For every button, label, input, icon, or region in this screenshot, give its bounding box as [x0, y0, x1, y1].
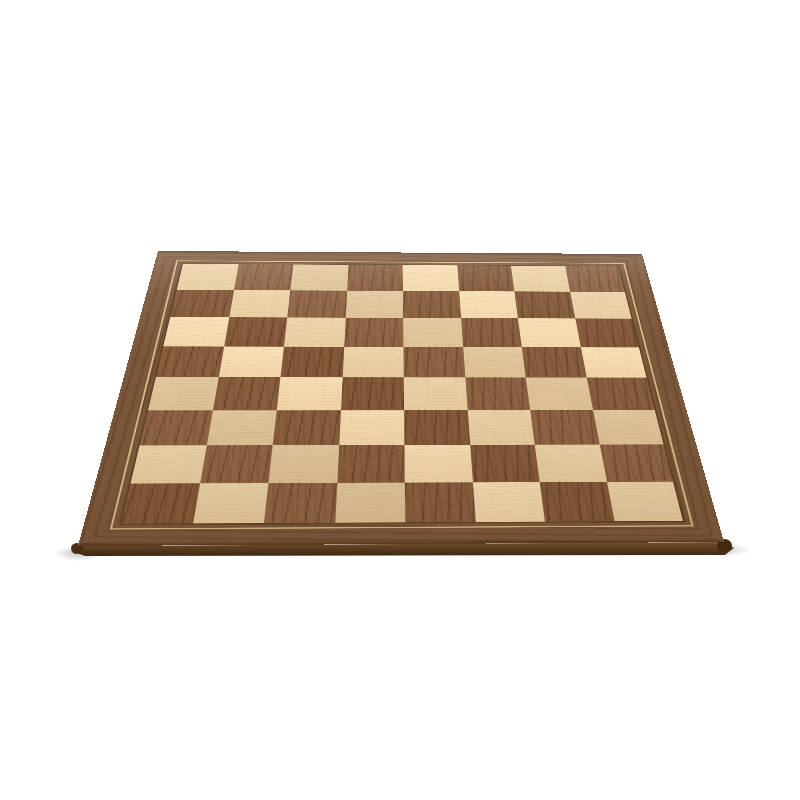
square-f5[interactable]: [463, 347, 526, 378]
square-d8[interactable]: [347, 265, 403, 291]
product-photo: [0, 0, 800, 800]
square-g4[interactable]: [526, 377, 593, 410]
square-a5[interactable]: [156, 346, 224, 377]
square-b7[interactable]: [229, 290, 290, 318]
square-g3[interactable]: [530, 410, 599, 445]
square-b3[interactable]: [206, 410, 276, 445]
square-h2[interactable]: [599, 444, 673, 481]
square-f7[interactable]: [459, 291, 518, 318]
square-b1[interactable]: [193, 483, 269, 524]
square-f4[interactable]: [465, 377, 530, 410]
square-a2[interactable]: [131, 445, 207, 483]
square-g1[interactable]: [540, 482, 615, 522]
square-f1[interactable]: [472, 482, 544, 522]
square-c6[interactable]: [284, 317, 345, 346]
square-d1[interactable]: [335, 482, 405, 522]
square-c8[interactable]: [290, 264, 348, 290]
square-h3[interactable]: [593, 410, 664, 445]
square-h7[interactable]: [570, 291, 632, 318]
square-d7[interactable]: [345, 290, 403, 317]
square-h8[interactable]: [565, 266, 625, 292]
square-a8[interactable]: [177, 264, 238, 290]
square-b8[interactable]: [234, 264, 294, 290]
square-g8[interactable]: [511, 266, 570, 292]
square-d6[interactable]: [344, 318, 404, 347]
square-b5[interactable]: [218, 346, 284, 377]
square-e7[interactable]: [403, 291, 461, 318]
square-h4[interactable]: [586, 378, 654, 410]
square-a1[interactable]: [121, 483, 200, 524]
square-c5[interactable]: [280, 346, 343, 377]
square-d3[interactable]: [339, 410, 405, 445]
square-g7[interactable]: [514, 291, 575, 318]
square-a3[interactable]: [140, 410, 213, 445]
square-d2[interactable]: [337, 445, 405, 483]
square-b2[interactable]: [200, 445, 273, 483]
square-e2[interactable]: [404, 445, 472, 482]
square-d4[interactable]: [341, 377, 405, 410]
square-g6[interactable]: [518, 318, 581, 347]
square-b6[interactable]: [224, 317, 287, 346]
square-c1[interactable]: [264, 483, 337, 524]
square-c3[interactable]: [273, 410, 341, 445]
square-e5[interactable]: [403, 347, 464, 378]
square-a7[interactable]: [170, 290, 233, 318]
square-g2[interactable]: [535, 445, 607, 482]
square-f6[interactable]: [461, 318, 522, 347]
square-a6[interactable]: [163, 317, 229, 346]
square-e4[interactable]: [404, 377, 468, 410]
square-e8[interactable]: [403, 265, 459, 291]
chessboard: [78, 251, 724, 546]
square-e3[interactable]: [404, 410, 470, 445]
square-h5[interactable]: [580, 347, 646, 377]
square-e1[interactable]: [405, 482, 475, 522]
square-a4[interactable]: [148, 377, 218, 410]
square-f3[interactable]: [467, 410, 534, 445]
square-e6[interactable]: [403, 318, 463, 347]
square-h6[interactable]: [575, 318, 639, 347]
square-f2[interactable]: [470, 445, 540, 482]
square-h1[interactable]: [606, 481, 682, 521]
square-d5[interactable]: [342, 347, 403, 378]
square-f8[interactable]: [457, 265, 514, 291]
square-g5[interactable]: [522, 347, 587, 378]
square-b4[interactable]: [213, 377, 281, 410]
square-c2[interactable]: [268, 445, 338, 483]
board-field: [121, 264, 683, 524]
square-c7[interactable]: [287, 290, 346, 317]
square-c4[interactable]: [277, 377, 343, 410]
